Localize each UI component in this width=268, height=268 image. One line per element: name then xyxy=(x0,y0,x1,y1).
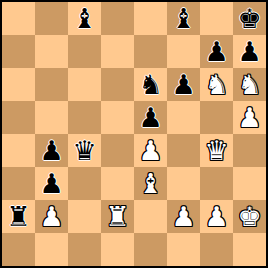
square-a2[interactable]: ♜ xyxy=(2,200,35,233)
square-c3[interactable] xyxy=(68,167,101,200)
piece-black-pawn[interactable]: ♟ xyxy=(204,35,228,68)
square-g1[interactable] xyxy=(200,233,233,266)
square-g3[interactable] xyxy=(200,167,233,200)
square-f8[interactable]: ♝ xyxy=(167,2,200,35)
square-d5[interactable] xyxy=(101,101,134,134)
square-b6[interactable] xyxy=(35,68,68,101)
square-e6[interactable]: ♞ xyxy=(134,68,167,101)
piece-white-pawn[interactable]: ♟ xyxy=(138,134,162,167)
square-c1[interactable] xyxy=(68,233,101,266)
square-f1[interactable] xyxy=(167,233,200,266)
square-a6[interactable] xyxy=(2,68,35,101)
piece-white-pawn[interactable]: ♟ xyxy=(39,200,63,233)
square-h6[interactable]: ♞ xyxy=(233,68,266,101)
square-a3[interactable] xyxy=(2,167,35,200)
piece-black-rook[interactable]: ♜ xyxy=(6,200,30,233)
square-h5[interactable]: ♟ xyxy=(233,101,266,134)
piece-black-pawn[interactable]: ♟ xyxy=(171,68,195,101)
square-g8[interactable] xyxy=(200,2,233,35)
square-c7[interactable] xyxy=(68,35,101,68)
square-g6[interactable]: ♞ xyxy=(200,68,233,101)
square-c6[interactable] xyxy=(68,68,101,101)
piece-white-queen[interactable]: ♛ xyxy=(204,134,228,167)
square-e2[interactable] xyxy=(134,200,167,233)
square-d4[interactable] xyxy=(101,134,134,167)
piece-white-king[interactable]: ♚ xyxy=(237,200,261,233)
piece-black-pawn[interactable]: ♟ xyxy=(237,35,261,68)
square-e3[interactable]: ♝ xyxy=(134,167,167,200)
square-b5[interactable] xyxy=(35,101,68,134)
square-b8[interactable] xyxy=(35,2,68,35)
piece-white-pawn[interactable]: ♟ xyxy=(204,200,228,233)
square-b4[interactable]: ♟ xyxy=(35,134,68,167)
square-g4[interactable]: ♛ xyxy=(200,134,233,167)
square-c5[interactable] xyxy=(68,101,101,134)
square-h3[interactable] xyxy=(233,167,266,200)
square-h2[interactable]: ♚ xyxy=(233,200,266,233)
square-a5[interactable] xyxy=(2,101,35,134)
piece-black-pawn[interactable]: ♟ xyxy=(39,167,63,200)
piece-white-pawn[interactable]: ♟ xyxy=(171,200,195,233)
square-d8[interactable] xyxy=(101,2,134,35)
piece-white-knight[interactable]: ♞ xyxy=(237,68,261,101)
square-e8[interactable] xyxy=(134,2,167,35)
square-f5[interactable] xyxy=(167,101,200,134)
square-g2[interactable]: ♟ xyxy=(200,200,233,233)
square-b1[interactable] xyxy=(35,233,68,266)
square-a1[interactable] xyxy=(2,233,35,266)
square-g7[interactable]: ♟ xyxy=(200,35,233,68)
square-h1[interactable] xyxy=(233,233,266,266)
piece-white-rook[interactable]: ♜ xyxy=(105,200,129,233)
square-d1[interactable] xyxy=(101,233,134,266)
square-f4[interactable] xyxy=(167,134,200,167)
square-b2[interactable]: ♟ xyxy=(35,200,68,233)
square-b3[interactable]: ♟ xyxy=(35,167,68,200)
piece-white-knight[interactable]: ♞ xyxy=(204,68,228,101)
piece-black-pawn[interactable]: ♟ xyxy=(138,101,162,134)
square-c2[interactable] xyxy=(68,200,101,233)
square-d3[interactable] xyxy=(101,167,134,200)
piece-black-queen[interactable]: ♛ xyxy=(72,134,96,167)
chess-board: ♝♝♚♟♟♞♟♞♞♟♟♟♛♟♛♟♝♜♟♜♟♟♚ xyxy=(2,2,266,266)
square-d2[interactable]: ♜ xyxy=(101,200,134,233)
square-c8[interactable]: ♝ xyxy=(68,2,101,35)
square-d7[interactable] xyxy=(101,35,134,68)
square-a7[interactable] xyxy=(2,35,35,68)
piece-white-bishop[interactable]: ♝ xyxy=(138,167,162,200)
piece-black-bishop[interactable]: ♝ xyxy=(72,2,96,35)
square-h7[interactable]: ♟ xyxy=(233,35,266,68)
piece-black-pawn[interactable]: ♟ xyxy=(39,134,63,167)
square-f3[interactable] xyxy=(167,167,200,200)
piece-black-bishop[interactable]: ♝ xyxy=(171,2,195,35)
square-g5[interactable] xyxy=(200,101,233,134)
square-a4[interactable] xyxy=(2,134,35,167)
square-d6[interactable] xyxy=(101,68,134,101)
square-a8[interactable] xyxy=(2,2,35,35)
piece-black-knight[interactable]: ♞ xyxy=(138,68,162,101)
square-c4[interactable]: ♛ xyxy=(68,134,101,167)
piece-white-pawn[interactable]: ♟ xyxy=(237,101,261,134)
piece-black-king[interactable]: ♚ xyxy=(237,2,261,35)
square-e5[interactable]: ♟ xyxy=(134,101,167,134)
board-frame: ♝♝♚♟♟♞♟♞♞♟♟♟♛♟♛♟♝♜♟♜♟♟♚ xyxy=(0,0,268,268)
square-e1[interactable] xyxy=(134,233,167,266)
square-h8[interactable]: ♚ xyxy=(233,2,266,35)
square-e7[interactable] xyxy=(134,35,167,68)
square-b7[interactable] xyxy=(35,35,68,68)
square-e4[interactable]: ♟ xyxy=(134,134,167,167)
square-f2[interactable]: ♟ xyxy=(167,200,200,233)
square-f6[interactable]: ♟ xyxy=(167,68,200,101)
square-f7[interactable] xyxy=(167,35,200,68)
square-h4[interactable] xyxy=(233,134,266,167)
